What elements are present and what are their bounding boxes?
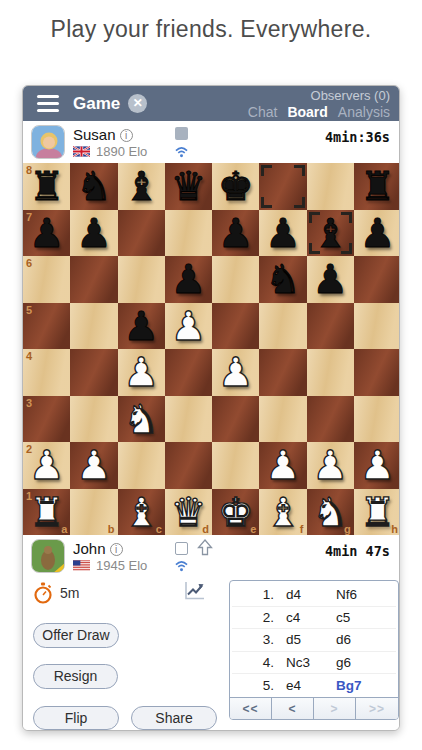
square-g6[interactable]: ♟ [307, 256, 354, 303]
tagline: Play your friends. Everywhere. [0, 16, 422, 43]
white-move[interactable]: c4 [274, 610, 334, 625]
square-g3[interactable] [307, 396, 354, 443]
highlight-corner [294, 165, 305, 176]
black-pawn[interactable]: ♟ [123, 306, 159, 346]
black-pawn[interactable]: ♟ [218, 213, 254, 253]
black-pawn[interactable]: ♟ [312, 259, 348, 299]
flip-button[interactable]: Flip [33, 706, 119, 730]
black-pawn[interactable]: ♟ [170, 259, 206, 299]
info-icon[interactable]: i [110, 543, 123, 556]
file-label-h: h [391, 523, 398, 535]
highlight-corner [294, 197, 305, 208]
rank-label-3: 3 [26, 397, 32, 409]
file-label-f: f [300, 523, 304, 535]
white-pawn[interactable]: ♟ [76, 445, 112, 485]
square-c8[interactable]: ♝ [118, 163, 165, 210]
black-knight[interactable]: ♞ [265, 259, 301, 299]
header-bar: Game ✕ Observers (0) ChatBoardAnalysis [23, 86, 399, 121]
file-label-c: c [156, 523, 162, 535]
time-control-label: 5m [60, 585, 79, 601]
square-b4[interactable] [70, 349, 117, 396]
square-d2[interactable] [165, 442, 212, 489]
square-d1[interactable]: d♛ [165, 489, 212, 536]
white-knight[interactable]: ♞ [123, 399, 159, 439]
highlight-corner [309, 212, 320, 223]
move-number: 5. [232, 678, 274, 693]
nav-next-button[interactable]: > [314, 698, 356, 720]
wifi-icon [174, 558, 189, 576]
rank-label-8: 8 [26, 164, 32, 176]
nav-prev-button[interactable]: < [272, 698, 314, 720]
black-move[interactable]: c5 [334, 610, 396, 625]
chess-board: 8♜♞♝♛♚♜7♟♟♟♟♝♟6♟♞♟5♟♟4♟♟3♞2♟♟♟♟♟1a♜bc♝d♛… [23, 163, 400, 535]
us-flag-icon [73, 560, 90, 571]
white-king[interactable]: ♚ [218, 492, 254, 532]
file-label-a: a [61, 523, 67, 535]
rank-label-7: 7 [26, 211, 32, 223]
page-title: Game [73, 94, 120, 114]
avatar-susan[interactable] [31, 125, 65, 159]
white-pawn[interactable]: ♟ [123, 352, 159, 392]
square-c6[interactable] [118, 256, 165, 303]
square-h1[interactable]: h♜ [354, 489, 400, 536]
white-move[interactable]: Nc3 [274, 655, 334, 670]
white-move[interactable]: d4 [274, 587, 334, 602]
square-e3[interactable] [212, 396, 259, 443]
white-queen[interactable]: ♛ [170, 492, 206, 532]
square-d3[interactable] [165, 396, 212, 443]
highlight-corner [341, 243, 352, 254]
square-a5[interactable]: 5 [23, 303, 70, 350]
move-number: 3. [232, 632, 274, 647]
highlight-corner [261, 197, 272, 208]
tab-chat[interactable]: Chat [248, 104, 278, 122]
white-pawn[interactable]: ♟ [218, 352, 254, 392]
stopwatch-icon [33, 582, 53, 604]
square-c2[interactable] [118, 442, 165, 489]
square-a7[interactable]: 7♟ [23, 210, 70, 257]
square-e1[interactable]: e♚ [212, 489, 259, 536]
white-move[interactable]: d5 [274, 632, 334, 647]
square-b5[interactable] [70, 303, 117, 350]
move-number: 1. [232, 587, 274, 602]
square-f5[interactable] [259, 303, 306, 350]
black-pawn[interactable]: ♟ [29, 213, 65, 253]
move-row: 1.d4Nf6 [232, 584, 396, 607]
black-pawn[interactable]: ♟ [76, 213, 112, 253]
rank-label-6: 6 [26, 257, 32, 269]
rank-label-5: 5 [26, 304, 32, 316]
move-number: 4. [232, 655, 274, 670]
square-e6[interactable] [212, 256, 259, 303]
black-knight[interactable]: ♞ [76, 166, 112, 206]
rank-label-4: 4 [26, 350, 32, 362]
square-d5[interactable]: ♟ [165, 303, 212, 350]
nav-last-button[interactable]: >> [356, 698, 398, 720]
square-e5[interactable] [212, 303, 259, 350]
file-label-d: d [202, 523, 209, 535]
square-e4[interactable]: ♟ [212, 349, 259, 396]
square-c4[interactable]: ♟ [118, 349, 165, 396]
move-row: 5.e4Bg7 [232, 674, 396, 697]
square-b1[interactable]: b [70, 489, 117, 536]
black-move[interactable]: d6 [334, 632, 396, 647]
white-pawn[interactable]: ♟ [29, 445, 65, 485]
square-f7[interactable]: ♟ [259, 210, 306, 257]
white-knight[interactable]: ♞ [312, 492, 348, 532]
rank-label-2: 2 [26, 443, 32, 455]
file-label-g: g [344, 523, 351, 535]
square-h2[interactable]: ♟ [354, 442, 400, 489]
square-f2[interactable]: ♟ [259, 442, 306, 489]
white-move[interactable]: e4 [274, 678, 334, 693]
up-arrow-icon[interactable] [197, 539, 213, 560]
black-king[interactable]: ♚ [218, 166, 254, 206]
move-row: 2.c4c5 [232, 607, 396, 630]
player-name-bottom[interactable]: Johni [73, 540, 123, 557]
avatar-john[interactable] [31, 539, 65, 573]
file-label-b: b [108, 523, 115, 535]
square-c5[interactable]: ♟ [118, 303, 165, 350]
info-icon[interactable]: i [120, 129, 133, 142]
square-b2[interactable]: ♟ [70, 442, 117, 489]
square-g5[interactable] [307, 303, 354, 350]
controls-area: 5m Offer Draw Resign Flip Share 1.d4Nf62… [23, 580, 399, 730]
square-a3[interactable]: 3 [23, 396, 70, 443]
white-pawn[interactable]: ♟ [312, 445, 348, 485]
square-g1[interactable]: g♞ [307, 489, 354, 536]
black-pawn[interactable]: ♟ [265, 213, 301, 253]
square-g8[interactable] [307, 163, 354, 210]
highlight-corner [309, 243, 320, 254]
square-a4[interactable]: 4 [23, 349, 70, 396]
game-panel: Game ✕ Observers (0) ChatBoardAnalysis S… [22, 85, 400, 731]
square-e2[interactable] [212, 442, 259, 489]
square-f6[interactable]: ♞ [259, 256, 306, 303]
rank-label-1: 1 [26, 490, 32, 502]
square-e8[interactable]: ♚ [212, 163, 259, 210]
square-h6[interactable] [354, 256, 400, 303]
wifi-icon [174, 144, 189, 162]
menu-icon[interactable] [37, 91, 59, 116]
square-g4[interactable] [307, 349, 354, 396]
square-c1[interactable]: c♝ [118, 489, 165, 536]
observers-label[interactable]: Observers (0) [238, 88, 390, 104]
square-d8[interactable]: ♛ [165, 163, 212, 210]
white-pawn[interactable]: ♟ [265, 445, 301, 485]
player-row-top: Susani 1890 Elo 4min:36s [23, 121, 399, 163]
black-pawn[interactable]: ♟ [359, 213, 395, 253]
share-button[interactable]: Share [131, 706, 217, 730]
player-name-top[interactable]: Susani [73, 126, 133, 143]
move-row: 4.Nc3g6 [232, 652, 396, 675]
square-b7[interactable]: ♟ [70, 210, 117, 257]
avatar-susan-image [32, 126, 65, 159]
resign-button[interactable]: Resign [33, 664, 118, 689]
tab-analysis[interactable]: Analysis [338, 104, 390, 122]
clock-top: 4min:36s [325, 129, 390, 145]
clock-bottom: 4min 47s [325, 543, 390, 559]
black-rook[interactable]: ♜ [359, 166, 395, 206]
black-move[interactable]: Bg7 [334, 678, 396, 693]
player-row-bottom: Johni 1945 Elo 4min 47s [23, 535, 399, 580]
white-pawn[interactable]: ♟ [170, 306, 206, 346]
square-d4[interactable] [165, 349, 212, 396]
square-h8[interactable]: ♜ [354, 163, 400, 210]
tab-bar: ChatBoardAnalysis [238, 104, 390, 122]
square-a6[interactable]: 6 [23, 256, 70, 303]
square-h5[interactable] [354, 303, 400, 350]
rating-chart-icon[interactable] [183, 580, 206, 605]
uk-flag-icon [73, 146, 90, 157]
square-b6[interactable] [70, 256, 117, 303]
close-icon[interactable]: ✕ [128, 94, 147, 113]
square-f3[interactable] [259, 396, 306, 443]
status-square-empty-icon [175, 542, 188, 555]
square-b8[interactable]: ♞ [70, 163, 117, 210]
move-nav-bar: <<<>>> [230, 697, 398, 720]
square-a8[interactable]: 8♜ [23, 163, 70, 210]
square-g7[interactable]: ♝ [307, 210, 354, 257]
square-h7[interactable]: ♟ [354, 210, 400, 257]
black-queen[interactable]: ♛ [170, 166, 206, 206]
white-rook[interactable]: ♜ [359, 492, 395, 532]
black-move[interactable]: Nf6 [334, 587, 396, 602]
player-elo-top: 1890 Elo [96, 144, 147, 159]
square-d7[interactable] [165, 210, 212, 257]
square-f8[interactable] [259, 163, 306, 210]
square-a2[interactable]: 2♟ [23, 442, 70, 489]
nav-first-button[interactable]: << [230, 698, 272, 720]
square-f1[interactable]: f♝ [259, 489, 306, 536]
avatar-john-image [32, 540, 65, 573]
player-elo-bottom: 1945 Elo [96, 558, 147, 573]
black-bishop[interactable]: ♝ [123, 166, 159, 206]
square-h3[interactable] [354, 396, 400, 443]
highlight-corner [261, 165, 272, 176]
move-row: 3.d5d6 [232, 629, 396, 652]
white-bishop[interactable]: ♝ [265, 492, 301, 532]
status-square-filled-icon [175, 127, 188, 140]
square-e7[interactable]: ♟ [212, 210, 259, 257]
highlight-corner [341, 212, 352, 223]
square-a1[interactable]: 1a♜ [23, 489, 70, 536]
square-h4[interactable] [354, 349, 400, 396]
square-f4[interactable] [259, 349, 306, 396]
square-d6[interactable]: ♟ [165, 256, 212, 303]
file-label-e: e [250, 523, 256, 535]
square-c7[interactable] [118, 210, 165, 257]
white-pawn[interactable]: ♟ [359, 445, 395, 485]
black-rook[interactable]: ♜ [29, 166, 65, 206]
black-move[interactable]: g6 [334, 655, 396, 670]
tab-board[interactable]: Board [287, 104, 327, 122]
white-rook[interactable]: ♜ [29, 492, 65, 532]
square-g2[interactable]: ♟ [307, 442, 354, 489]
move-list: 1.d4Nf62.c4c53.d5d64.Nc3g65.e4Bg7 <<<>>> [229, 580, 399, 720]
white-bishop[interactable]: ♝ [123, 492, 159, 532]
square-c3[interactable]: ♞ [118, 396, 165, 443]
offer-draw-button[interactable]: Offer Draw [33, 623, 119, 648]
square-b3[interactable] [70, 396, 117, 443]
move-number: 2. [232, 610, 274, 625]
